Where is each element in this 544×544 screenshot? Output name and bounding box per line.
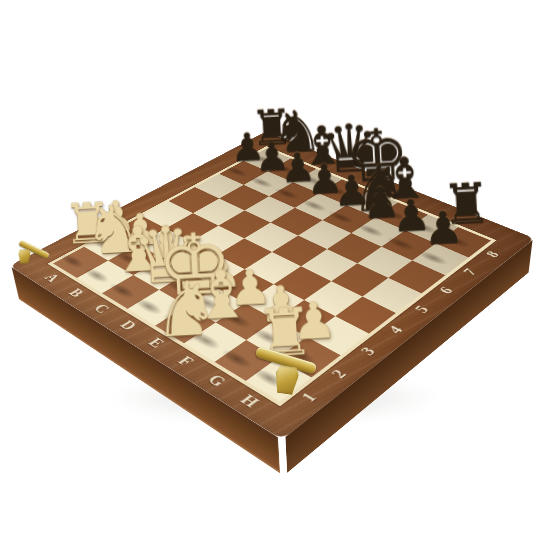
clasp-plate-icon [273, 365, 300, 396]
piece-glyph: ♟ [422, 205, 464, 252]
brass-clasp-front [255, 350, 319, 402]
piece-glyph: ♞ [151, 271, 222, 349]
chess-set-photo: ABCDEFGH 12345678 ♜♞♝♛♚♝♞♜♟♟♟♟♟♟♟♟♟♟♟♟♟♟… [0, 0, 544, 544]
clasp-plate-icon [18, 249, 30, 263]
